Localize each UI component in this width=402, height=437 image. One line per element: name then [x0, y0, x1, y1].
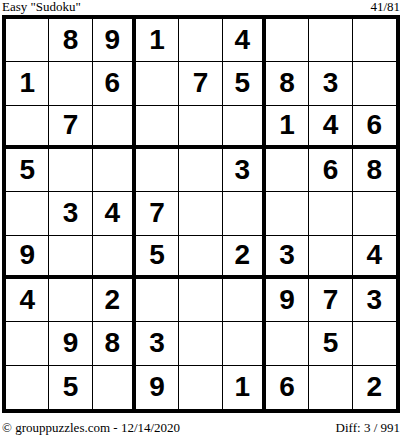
cell-r2c3[interactable]: 6: [93, 62, 136, 105]
cell-r7c7[interactable]: 9: [266, 279, 309, 322]
cell-r3c3[interactable]: [93, 106, 136, 149]
cell-r5c7[interactable]: [266, 192, 309, 235]
cell-r5c5[interactable]: [179, 192, 222, 235]
cell-r3c1[interactable]: [6, 106, 49, 149]
sudoku-board: 8914167583714653683479523442973983559162: [2, 15, 400, 413]
cell-r2c7[interactable]: 8: [266, 62, 309, 105]
cell-r1c3[interactable]: 9: [93, 19, 136, 62]
cell-r8c2[interactable]: 9: [49, 322, 92, 365]
cell-r8c9[interactable]: [353, 322, 396, 365]
cell-r9c1[interactable]: [6, 366, 49, 409]
cell-r2c8[interactable]: 3: [309, 62, 352, 105]
cell-r4c5[interactable]: [179, 149, 222, 192]
cell-r6c6[interactable]: 2: [223, 236, 266, 279]
cell-r1c4[interactable]: 1: [136, 19, 179, 62]
cell-r6c8[interactable]: [309, 236, 352, 279]
cell-r1c8[interactable]: [309, 19, 352, 62]
cell-r4c7[interactable]: [266, 149, 309, 192]
cell-r9c8[interactable]: [309, 366, 352, 409]
cell-r7c3[interactable]: 2: [93, 279, 136, 322]
cell-r3c2[interactable]: 7: [49, 106, 92, 149]
cell-r7c9[interactable]: 3: [353, 279, 396, 322]
cell-r6c9[interactable]: 4: [353, 236, 396, 279]
cell-r1c5[interactable]: [179, 19, 222, 62]
cell-r2c6[interactable]: 5: [223, 62, 266, 105]
cell-r1c9[interactable]: [353, 19, 396, 62]
cell-r6c5[interactable]: [179, 236, 222, 279]
cell-r4c4[interactable]: [136, 149, 179, 192]
cell-r3c8[interactable]: 4: [309, 106, 352, 149]
cell-r2c9[interactable]: [353, 62, 396, 105]
cell-r9c5[interactable]: [179, 366, 222, 409]
cell-r1c1[interactable]: [6, 19, 49, 62]
cell-r7c6[interactable]: [223, 279, 266, 322]
cell-r5c2[interactable]: 3: [49, 192, 92, 235]
cell-r7c5[interactable]: [179, 279, 222, 322]
puzzle-title: Easy "Sudoku": [2, 0, 81, 14]
cell-r5c3[interactable]: 4: [93, 192, 136, 235]
cell-r4c8[interactable]: 6: [309, 149, 352, 192]
footer: © grouppuzzles.com - 12/14/2020 Diff: 3 …: [2, 420, 400, 435]
cell-r4c2[interactable]: [49, 149, 92, 192]
cell-r4c9[interactable]: 8: [353, 149, 396, 192]
cell-r4c3[interactable]: [93, 149, 136, 192]
difficulty-label: Diff: 3 / 991: [336, 420, 400, 435]
cell-r5c4[interactable]: 7: [136, 192, 179, 235]
cell-r9c4[interactable]: 9: [136, 366, 179, 409]
sudoku-page: Easy "Sudoku" 41/81 89141675837146536834…: [0, 0, 402, 437]
cell-r4c1[interactable]: 5: [6, 149, 49, 192]
cell-r8c8[interactable]: 5: [309, 322, 352, 365]
cell-r2c5[interactable]: 7: [179, 62, 222, 105]
cell-r7c2[interactable]: [49, 279, 92, 322]
cell-r9c9[interactable]: 2: [353, 366, 396, 409]
cell-r9c6[interactable]: 1: [223, 366, 266, 409]
cell-r5c8[interactable]: [309, 192, 352, 235]
cell-r8c5[interactable]: [179, 322, 222, 365]
cell-r8c3[interactable]: 8: [93, 322, 136, 365]
cell-r6c2[interactable]: [49, 236, 92, 279]
cell-r6c3[interactable]: [93, 236, 136, 279]
header: Easy "Sudoku" 41/81: [2, 0, 400, 14]
cell-r8c1[interactable]: [6, 322, 49, 365]
cell-r2c2[interactable]: [49, 62, 92, 105]
cell-r9c2[interactable]: 5: [49, 366, 92, 409]
cell-r7c1[interactable]: 4: [6, 279, 49, 322]
cell-r5c6[interactable]: [223, 192, 266, 235]
cell-r2c1[interactable]: 1: [6, 62, 49, 105]
cell-r1c2[interactable]: 8: [49, 19, 92, 62]
cell-r3c6[interactable]: [223, 106, 266, 149]
cell-r1c7[interactable]: [266, 19, 309, 62]
cell-r6c7[interactable]: 3: [266, 236, 309, 279]
clue-count: 41/81: [370, 0, 400, 14]
cell-r7c8[interactable]: 7: [309, 279, 352, 322]
cell-r3c4[interactable]: [136, 106, 179, 149]
cell-r8c4[interactable]: 3: [136, 322, 179, 365]
cell-r1c6[interactable]: 4: [223, 19, 266, 62]
cell-r3c9[interactable]: 6: [353, 106, 396, 149]
cell-r7c4[interactable]: [136, 279, 179, 322]
cell-r5c1[interactable]: [6, 192, 49, 235]
cell-r4c6[interactable]: 3: [223, 149, 266, 192]
cell-r2c4[interactable]: [136, 62, 179, 105]
cell-r9c3[interactable]: [93, 366, 136, 409]
cell-r8c6[interactable]: [223, 322, 266, 365]
cell-r3c7[interactable]: 1: [266, 106, 309, 149]
cell-r6c4[interactable]: 5: [136, 236, 179, 279]
cell-r6c1[interactable]: 9: [6, 236, 49, 279]
cell-r5c9[interactable]: [353, 192, 396, 235]
cell-r3c5[interactable]: [179, 106, 222, 149]
cell-r9c7[interactable]: 6: [266, 366, 309, 409]
copyright-credit: © grouppuzzles.com - 12/14/2020: [2, 420, 180, 435]
cell-r8c7[interactable]: [266, 322, 309, 365]
